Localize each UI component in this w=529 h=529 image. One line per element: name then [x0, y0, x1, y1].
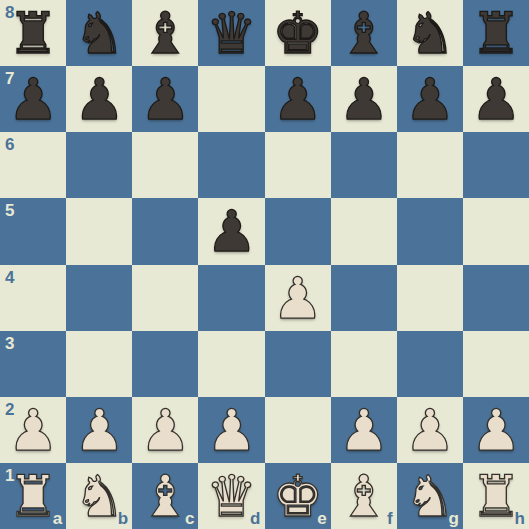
piece-black-pawn[interactable]: ♟	[132, 66, 198, 132]
square-b4[interactable]	[66, 265, 132, 331]
piece-white-pawn[interactable]: ♟	[265, 265, 331, 331]
square-c1[interactable]: c♝	[132, 463, 198, 529]
square-c7[interactable]: ♟	[132, 66, 198, 132]
rank-label-5: 5	[5, 202, 14, 219]
square-e3[interactable]	[265, 331, 331, 397]
square-b6[interactable]	[66, 132, 132, 198]
piece-white-pawn[interactable]: ♟	[331, 397, 397, 463]
piece-black-pawn[interactable]: ♟	[0, 66, 66, 132]
square-b5[interactable]	[66, 198, 132, 264]
square-b3[interactable]	[66, 331, 132, 397]
square-b7[interactable]: ♟	[66, 66, 132, 132]
square-d7[interactable]	[198, 66, 264, 132]
square-f4[interactable]	[331, 265, 397, 331]
piece-white-rook[interactable]: ♜	[463, 463, 529, 529]
chess-board: 8♜♞♝♛♚♝♞♜7♟♟♟♟♟♟♟65♟4♟32♟♟♟♟♟♟♟1a♜b♞c♝d♛…	[0, 0, 529, 529]
piece-white-pawn[interactable]: ♟	[397, 397, 463, 463]
square-a2[interactable]: 2♟	[0, 397, 66, 463]
square-h6[interactable]	[463, 132, 529, 198]
piece-white-pawn[interactable]: ♟	[66, 397, 132, 463]
piece-white-pawn[interactable]: ♟	[198, 397, 264, 463]
square-a6[interactable]: 6	[0, 132, 66, 198]
square-c2[interactable]: ♟	[132, 397, 198, 463]
piece-white-queen[interactable]: ♛	[198, 463, 264, 529]
square-c4[interactable]	[132, 265, 198, 331]
piece-white-knight[interactable]: ♞	[66, 463, 132, 529]
square-e7[interactable]: ♟	[265, 66, 331, 132]
square-d6[interactable]	[198, 132, 264, 198]
square-g5[interactable]	[397, 198, 463, 264]
square-g1[interactable]: g♞	[397, 463, 463, 529]
square-d4[interactable]	[198, 265, 264, 331]
square-f8[interactable]: ♝	[331, 0, 397, 66]
square-a3[interactable]: 3	[0, 331, 66, 397]
square-g2[interactable]: ♟	[397, 397, 463, 463]
piece-white-knight[interactable]: ♞	[397, 463, 463, 529]
piece-black-pawn[interactable]: ♟	[463, 66, 529, 132]
piece-black-knight[interactable]: ♞	[397, 0, 463, 66]
square-a1[interactable]: 1a♜	[0, 463, 66, 529]
square-d3[interactable]	[198, 331, 264, 397]
piece-white-king[interactable]: ♚	[265, 463, 331, 529]
square-c5[interactable]	[132, 198, 198, 264]
piece-black-bishop[interactable]: ♝	[331, 0, 397, 66]
piece-black-pawn[interactable]: ♟	[397, 66, 463, 132]
square-c6[interactable]	[132, 132, 198, 198]
square-a5[interactable]: 5	[0, 198, 66, 264]
piece-white-bishop[interactable]: ♝	[132, 463, 198, 529]
square-a4[interactable]: 4	[0, 265, 66, 331]
square-e4[interactable]: ♟	[265, 265, 331, 331]
square-c8[interactable]: ♝	[132, 0, 198, 66]
square-g3[interactable]	[397, 331, 463, 397]
square-e6[interactable]	[265, 132, 331, 198]
piece-black-king[interactable]: ♚	[265, 0, 331, 66]
square-b2[interactable]: ♟	[66, 397, 132, 463]
square-g7[interactable]: ♟	[397, 66, 463, 132]
square-b1[interactable]: b♞	[66, 463, 132, 529]
square-f3[interactable]	[331, 331, 397, 397]
square-f5[interactable]	[331, 198, 397, 264]
square-a8[interactable]: 8♜	[0, 0, 66, 66]
square-d1[interactable]: d♛	[198, 463, 264, 529]
piece-white-bishop[interactable]: ♝	[331, 463, 397, 529]
square-g8[interactable]: ♞	[397, 0, 463, 66]
rank-label-6: 6	[5, 136, 14, 153]
rank-label-3: 3	[5, 335, 14, 352]
square-h5[interactable]	[463, 198, 529, 264]
square-h3[interactable]	[463, 331, 529, 397]
square-h2[interactable]: ♟	[463, 397, 529, 463]
piece-white-pawn[interactable]: ♟	[132, 397, 198, 463]
piece-black-knight[interactable]: ♞	[66, 0, 132, 66]
square-g6[interactable]	[397, 132, 463, 198]
rank-label-4: 4	[5, 269, 14, 286]
square-e8[interactable]: ♚	[265, 0, 331, 66]
square-e5[interactable]	[265, 198, 331, 264]
square-f6[interactable]	[331, 132, 397, 198]
piece-black-pawn[interactable]: ♟	[265, 66, 331, 132]
piece-black-pawn[interactable]: ♟	[198, 198, 264, 264]
piece-black-pawn[interactable]: ♟	[331, 66, 397, 132]
square-h8[interactable]: ♜	[463, 0, 529, 66]
square-h4[interactable]	[463, 265, 529, 331]
piece-black-queen[interactable]: ♛	[198, 0, 264, 66]
square-c3[interactable]	[132, 331, 198, 397]
square-e1[interactable]: e♚	[265, 463, 331, 529]
square-h1[interactable]: h♜	[463, 463, 529, 529]
piece-white-pawn[interactable]: ♟	[463, 397, 529, 463]
square-d5[interactable]: ♟	[198, 198, 264, 264]
square-h7[interactable]: ♟	[463, 66, 529, 132]
piece-black-bishop[interactable]: ♝	[132, 0, 198, 66]
piece-black-rook[interactable]: ♜	[0, 0, 66, 66]
square-b8[interactable]: ♞	[66, 0, 132, 66]
piece-white-pawn[interactable]: ♟	[0, 397, 66, 463]
piece-black-pawn[interactable]: ♟	[66, 66, 132, 132]
square-a7[interactable]: 7♟	[0, 66, 66, 132]
square-f2[interactable]: ♟	[331, 397, 397, 463]
square-f7[interactable]: ♟	[331, 66, 397, 132]
piece-black-rook[interactable]: ♜	[463, 0, 529, 66]
square-f1[interactable]: f♝	[331, 463, 397, 529]
square-d2[interactable]: ♟	[198, 397, 264, 463]
square-d8[interactable]: ♛	[198, 0, 264, 66]
square-g4[interactable]	[397, 265, 463, 331]
piece-white-rook[interactable]: ♜	[0, 463, 66, 529]
square-e2[interactable]	[265, 397, 331, 463]
